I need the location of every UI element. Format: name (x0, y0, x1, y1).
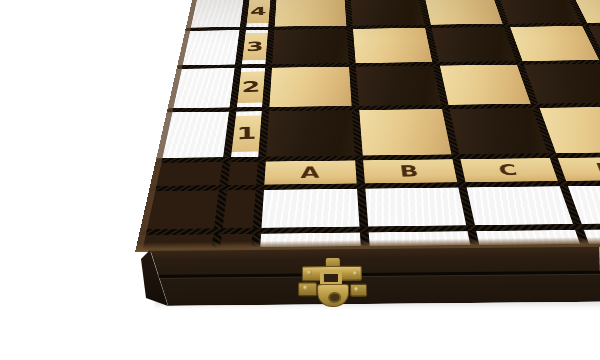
photo-scene: 123456ABCDEF (0, 0, 600, 360)
square-b3 (349, 26, 435, 65)
latch-screw (353, 271, 358, 276)
brass-latch (296, 258, 370, 309)
square-a4 (271, 0, 349, 28)
file-label-a-label: A (301, 163, 320, 181)
latch-hasp-shield (317, 284, 349, 307)
latch-screw (354, 287, 359, 292)
square-b1 (355, 107, 455, 158)
rank-label-4-label: 4 (250, 4, 267, 18)
square-a2 (265, 65, 355, 109)
file-label-c: C (456, 156, 562, 183)
file-label-a: A (260, 159, 361, 186)
file-label-d-label: D (593, 160, 600, 178)
file-label-b-label: B (399, 162, 420, 180)
rank-label-1-label: 1 (236, 123, 256, 144)
square-c4 (421, 0, 506, 26)
square-a1 (262, 108, 359, 159)
square-b4 (347, 0, 428, 27)
rank-label-4: 4 (245, 0, 271, 23)
file-label-b: B (359, 158, 462, 185)
square-b2 (352, 64, 445, 108)
latch-screw (303, 285, 308, 290)
square-a3 (268, 27, 352, 66)
rank-label-2-label: 2 (242, 78, 261, 96)
rank-label-3-label: 3 (246, 39, 264, 55)
latch-screw (307, 270, 312, 275)
chess-board-surface: 123456ABCDEF (135, 0, 600, 252)
file-label-c-label: C (497, 161, 520, 179)
latch-hole (328, 292, 341, 303)
